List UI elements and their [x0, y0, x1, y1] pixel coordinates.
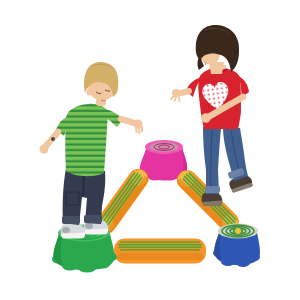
wristband [51, 137, 55, 141]
girl-left-hand [201, 113, 211, 123]
boy-right-hand [40, 145, 49, 154]
balance-stones-scene [0, 0, 300, 300]
girl-head [196, 25, 239, 74]
product-photo [0, 0, 300, 300]
boy-ear [87, 89, 92, 96]
blue-stepping-stone [213, 224, 260, 268]
balance-beam-bottom [114, 239, 206, 264]
blue-stone-center-dot [235, 228, 241, 234]
